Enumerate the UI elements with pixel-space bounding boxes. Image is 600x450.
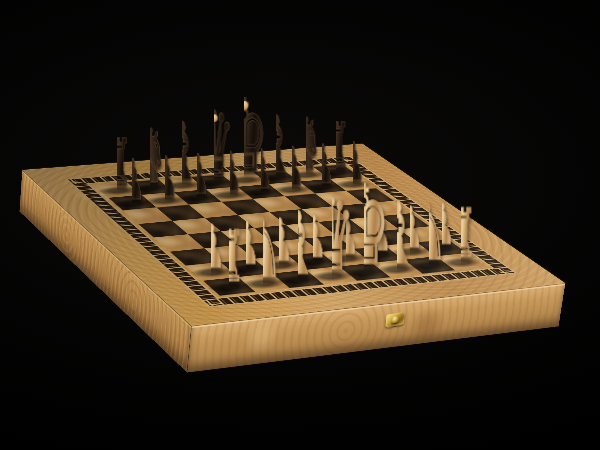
studio-scene: ♜♞♝♛♚♝♞♜♟♟♟♟♟♟♟♟♟♟♟♟♟♟♟♟♜♞♝♛♚♝♞♜ xyxy=(0,0,600,450)
piece-glyph: ♞ xyxy=(245,216,283,282)
piece-glyph: ♜ xyxy=(445,206,476,261)
piece-glyph: ♜ xyxy=(212,228,245,286)
birch-finial xyxy=(210,114,217,122)
chess-board-box: ♜♞♝♛♚♝♞♜♟♟♟♟♟♟♟♟♟♟♟♟♟♟♟♟♜♞♝♛♚♝♞♜ xyxy=(22,144,565,326)
brass-latch-icon xyxy=(386,312,405,328)
piece-glyph: ♝ xyxy=(277,208,317,279)
